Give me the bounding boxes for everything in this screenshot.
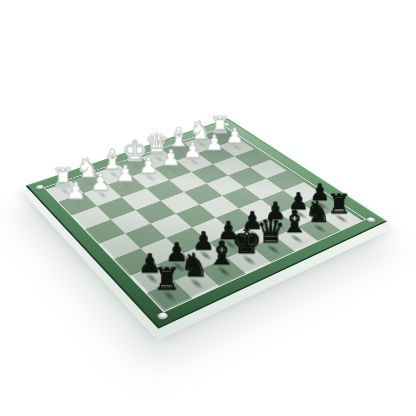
chess-board: ♜♞♝♛♚♝♞♜♟♟♟♟♟♟♟♟♟♟♟♟♟♟♟♟♜♞♝♛♚♝♞♜ [25,119,387,329]
product-photo-scene: ♜♞♝♛♚♝♞♜♟♟♟♟♟♟♟♟♟♟♟♟♟♟♟♟♜♞♝♛♚♝♞♜ [0,0,416,416]
white-pawn-glyph: ♟ [54,180,98,203]
black-rook-glyph: ♜ [141,264,193,295]
